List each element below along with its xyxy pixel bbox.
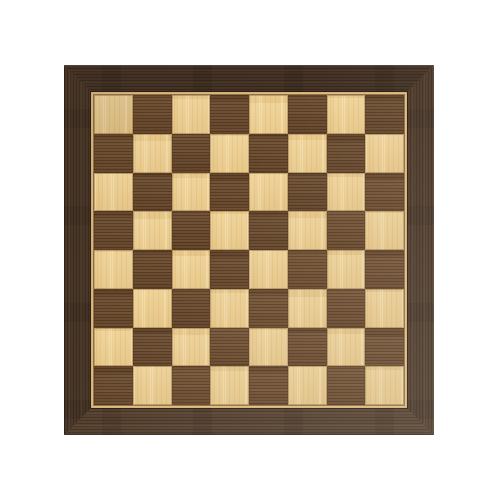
board-frame-top — [64, 65, 434, 92]
square-c1 — [172, 366, 211, 405]
square-h3 — [365, 289, 404, 328]
square-f4 — [288, 250, 327, 289]
square-b5 — [133, 211, 172, 250]
square-a2 — [94, 328, 133, 367]
square-f6 — [288, 173, 327, 212]
square-g8 — [327, 95, 366, 134]
square-d5 — [210, 211, 249, 250]
square-g1 — [327, 366, 366, 405]
square-c3 — [172, 289, 211, 328]
square-b1 — [133, 366, 172, 405]
square-e6 — [249, 173, 288, 212]
square-e5 — [249, 211, 288, 250]
square-d8 — [210, 95, 249, 134]
square-c6 — [172, 173, 211, 212]
square-b2 — [133, 328, 172, 367]
square-a8 — [94, 95, 133, 134]
square-f1 — [288, 366, 327, 405]
square-a3 — [94, 289, 133, 328]
square-f7 — [288, 134, 327, 173]
square-a1 — [94, 366, 133, 405]
square-h2 — [365, 328, 404, 367]
square-h4 — [365, 250, 404, 289]
square-b7 — [133, 134, 172, 173]
square-c4 — [172, 250, 211, 289]
square-h7 — [365, 134, 404, 173]
square-a4 — [94, 250, 133, 289]
square-a5 — [94, 211, 133, 250]
square-g6 — [327, 173, 366, 212]
square-g4 — [327, 250, 366, 289]
square-e8 — [249, 95, 288, 134]
square-e4 — [249, 250, 288, 289]
square-e7 — [249, 134, 288, 173]
square-h5 — [365, 211, 404, 250]
square-a7 — [94, 134, 133, 173]
square-b6 — [133, 173, 172, 212]
square-b3 — [133, 289, 172, 328]
square-f3 — [288, 289, 327, 328]
square-d4 — [210, 250, 249, 289]
square-d3 — [210, 289, 249, 328]
square-g5 — [327, 211, 366, 250]
square-e1 — [249, 366, 288, 405]
square-e3 — [249, 289, 288, 328]
square-c8 — [172, 95, 211, 134]
square-c5 — [172, 211, 211, 250]
square-g2 — [327, 328, 366, 367]
square-g7 — [327, 134, 366, 173]
square-b4 — [133, 250, 172, 289]
board-frame-bottom — [64, 408, 434, 435]
product-photo-background — [0, 0, 500, 500]
board-frame-right — [407, 65, 434, 435]
square-f2 — [288, 328, 327, 367]
square-h6 — [365, 173, 404, 212]
square-b8 — [133, 95, 172, 134]
square-c7 — [172, 134, 211, 173]
square-f8 — [288, 95, 327, 134]
square-d1 — [210, 366, 249, 405]
square-g3 — [327, 289, 366, 328]
square-f5 — [288, 211, 327, 250]
square-h8 — [365, 95, 404, 134]
board-frame-left — [64, 65, 91, 435]
chess-board — [64, 65, 434, 435]
square-h1 — [365, 366, 404, 405]
square-e2 — [249, 328, 288, 367]
square-d7 — [210, 134, 249, 173]
square-a6 — [94, 173, 133, 212]
square-d6 — [210, 173, 249, 212]
board-grid — [94, 95, 404, 405]
square-d2 — [210, 328, 249, 367]
board-inner-border — [91, 92, 407, 408]
square-c2 — [172, 328, 211, 367]
